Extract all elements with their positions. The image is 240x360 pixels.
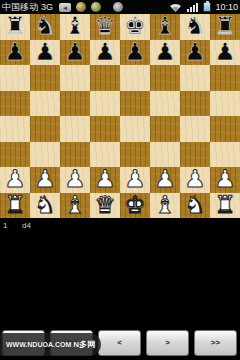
piece-black-queen: ♛ (94, 14, 116, 39)
square-f5[interactable] (150, 91, 180, 117)
square-g1[interactable]: ♞ (180, 193, 210, 219)
piece-black-pawn: ♟ (184, 40, 206, 65)
square-h7[interactable]: ♟ (210, 40, 240, 66)
clock-label: 10:10 (215, 2, 238, 12)
square-h5[interactable] (210, 91, 240, 117)
coin-green-icon (91, 2, 101, 12)
wifi-icon (169, 2, 182, 13)
back-button[interactable]: < (98, 330, 141, 356)
square-e4[interactable] (120, 116, 150, 142)
forward-button[interactable]: > (146, 330, 189, 356)
square-e2[interactable]: ♟ (120, 167, 150, 193)
move-text: d4 (22, 221, 31, 230)
piece-black-pawn: ♟ (34, 40, 56, 65)
square-f1[interactable]: ♝ (150, 193, 180, 219)
square-a3[interactable] (0, 142, 30, 168)
piece-white-knight: ♞ (34, 193, 56, 218)
watermark-badge: WWW.NDUOA.COM N多网 (0, 333, 101, 356)
piece-black-pawn: ♟ (94, 40, 116, 65)
message-arrow-icon: ◂ (59, 3, 71, 12)
coin-gold-icon (76, 2, 86, 12)
square-c7[interactable]: ♟ (60, 40, 90, 66)
piece-black-pawn: ♟ (154, 40, 176, 65)
square-a1[interactable]: ♜ (0, 193, 30, 219)
network-type-label: 3G (41, 2, 53, 12)
piece-white-pawn: ♟ (64, 167, 86, 192)
square-c2[interactable]: ♟ (60, 167, 90, 193)
signal-icon (186, 2, 198, 12)
piece-white-pawn: ♟ (94, 167, 116, 192)
battery-icon (203, 2, 211, 12)
square-f8[interactable]: ♝ (150, 14, 180, 40)
square-g5[interactable] (180, 91, 210, 117)
square-a2[interactable]: ♟ (0, 167, 30, 193)
square-c5[interactable] (60, 91, 90, 117)
piece-white-pawn: ♟ (214, 167, 236, 192)
move-list[interactable]: 1d4 (0, 218, 240, 330)
square-g2[interactable]: ♟ (180, 167, 210, 193)
piece-black-pawn: ♟ (4, 40, 26, 65)
square-e5[interactable] (120, 91, 150, 117)
square-d1[interactable]: ♛ (90, 193, 120, 219)
square-a5[interactable] (0, 91, 30, 117)
square-d4[interactable] (90, 116, 120, 142)
bottom-strip (0, 356, 240, 360)
square-g6[interactable] (180, 65, 210, 91)
carrier-label: 中国移动 (2, 1, 38, 14)
square-d2[interactable]: ♟ (90, 167, 120, 193)
piece-black-rook: ♜ (4, 14, 26, 39)
square-e6[interactable] (120, 65, 150, 91)
square-f4[interactable] (150, 116, 180, 142)
piece-black-pawn: ♟ (214, 40, 236, 65)
square-g3[interactable] (180, 142, 210, 168)
square-h3[interactable] (210, 142, 240, 168)
piece-black-bishop: ♝ (64, 14, 86, 39)
square-b2[interactable]: ♟ (30, 167, 60, 193)
square-b3[interactable] (30, 142, 60, 168)
square-h8[interactable]: ♜ (210, 14, 240, 40)
piece-white-pawn: ♟ (34, 167, 56, 192)
square-g8[interactable]: ♞ (180, 14, 210, 40)
square-g4[interactable] (180, 116, 210, 142)
piece-black-king: ♚ (124, 14, 146, 39)
square-d8[interactable]: ♛ (90, 14, 120, 40)
square-e8[interactable]: ♚ (120, 14, 150, 40)
piece-black-pawn: ♟ (64, 40, 86, 65)
square-a8[interactable]: ♜ (0, 14, 30, 40)
square-c3[interactable] (60, 142, 90, 168)
piece-white-pawn: ♟ (184, 167, 206, 192)
square-h4[interactable] (210, 116, 240, 142)
square-b8[interactable]: ♞ (30, 14, 60, 40)
piece-black-rook: ♜ (214, 14, 236, 39)
square-g7[interactable]: ♟ (180, 40, 210, 66)
square-b4[interactable] (30, 116, 60, 142)
piece-white-pawn: ♟ (154, 167, 176, 192)
square-a7[interactable]: ♟ (0, 40, 30, 66)
piece-white-queen: ♛ (94, 193, 116, 218)
fast-forward-button[interactable]: >> (194, 330, 237, 356)
piece-black-pawn: ♟ (124, 40, 146, 65)
move-number: 1 (3, 221, 22, 230)
piece-white-bishop: ♝ (154, 193, 176, 218)
square-d5[interactable] (90, 91, 120, 117)
piece-white-rook: ♜ (4, 193, 26, 218)
square-d7[interactable]: ♟ (90, 40, 120, 66)
square-h6[interactable] (210, 65, 240, 91)
square-f7[interactable]: ♟ (150, 40, 180, 66)
piece-white-bishop: ♝ (64, 193, 86, 218)
watermark-logo: N多网 (73, 339, 95, 350)
piece-white-pawn: ♟ (124, 167, 146, 192)
square-f2[interactable]: ♟ (150, 167, 180, 193)
square-e1[interactable]: ♚ (120, 193, 150, 219)
piece-black-bishop: ♝ (154, 14, 176, 39)
watermark-site: WWW.NDUOA.COM (6, 341, 71, 348)
square-f3[interactable] (150, 142, 180, 168)
chess-board: ♜♞♝♛♚♝♞♜♟♟♟♟♟♟♟♟♟♟♟♟♟♟♟♟♜♞♝♛♚♝♞♜ (0, 14, 240, 218)
gear-icon (113, 2, 123, 12)
square-c8[interactable]: ♝ (60, 14, 90, 40)
piece-white-pawn: ♟ (4, 167, 26, 192)
square-d3[interactable] (90, 142, 120, 168)
square-a6[interactable] (0, 65, 30, 91)
square-b1[interactable]: ♞ (30, 193, 60, 219)
square-c6[interactable] (60, 65, 90, 91)
square-h2[interactable]: ♟ (210, 167, 240, 193)
square-b7[interactable]: ♟ (30, 40, 60, 66)
square-c4[interactable] (60, 116, 90, 142)
square-f6[interactable] (150, 65, 180, 91)
square-e7[interactable]: ♟ (120, 40, 150, 66)
square-b5[interactable] (30, 91, 60, 117)
piece-white-king: ♚ (124, 193, 146, 218)
piece-black-knight: ♞ (34, 14, 56, 39)
square-e3[interactable] (120, 142, 150, 168)
square-b6[interactable] (30, 65, 60, 91)
square-d6[interactable] (90, 65, 120, 91)
square-c1[interactable]: ♝ (60, 193, 90, 219)
piece-black-knight: ♞ (184, 14, 206, 39)
square-a4[interactable] (0, 116, 30, 142)
piece-white-rook: ♜ (214, 193, 236, 218)
square-h1[interactable]: ♜ (210, 193, 240, 219)
status-bar: 中国移动 3G ◂ 10:10 (0, 0, 240, 14)
piece-white-knight: ♞ (184, 193, 206, 218)
